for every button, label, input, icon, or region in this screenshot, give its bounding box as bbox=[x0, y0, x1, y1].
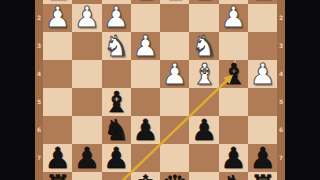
square-f7[interactable]: ♟ bbox=[102, 144, 131, 172]
rank-label-right-5: 5 bbox=[277, 99, 285, 105]
rank-label-left-3: 3 bbox=[35, 43, 43, 49]
square-h8[interactable]: ♜ bbox=[43, 172, 72, 180]
square-f3[interactable]: ♞ bbox=[102, 32, 131, 60]
piece-black-R-a8[interactable]: ♜ bbox=[250, 172, 276, 180]
rank-label-left-6: 6 bbox=[35, 127, 43, 133]
square-g7[interactable]: ♟ bbox=[72, 144, 101, 172]
square-g4[interactable] bbox=[72, 60, 101, 88]
piece-white-P-d4[interactable]: ♟ bbox=[162, 60, 188, 89]
square-e6[interactable]: ♟ bbox=[131, 116, 160, 144]
piece-white-P-g2[interactable]: ♟ bbox=[74, 3, 100, 32]
square-c7[interactable] bbox=[189, 144, 218, 172]
piece-white-B-c4[interactable]: ♝ bbox=[191, 60, 217, 89]
square-g5[interactable] bbox=[72, 88, 101, 116]
rank-label-left-5: 5 bbox=[35, 99, 43, 105]
square-d3[interactable] bbox=[160, 32, 189, 60]
square-b5[interactable] bbox=[219, 88, 248, 116]
rank-label-right-6: 6 bbox=[277, 127, 285, 133]
square-h2[interactable]: ♟ bbox=[43, 4, 72, 32]
square-c3[interactable]: ♞ bbox=[189, 32, 218, 60]
square-a8[interactable]: ♜ bbox=[248, 172, 277, 180]
square-d5[interactable] bbox=[160, 88, 189, 116]
piece-black-R-h8[interactable]: ♜ bbox=[45, 172, 71, 180]
square-c6[interactable]: ♟ bbox=[189, 116, 218, 144]
rank-label-right-4: 4 bbox=[277, 71, 285, 77]
piece-black-N-b8[interactable]: ♞ bbox=[220, 172, 246, 180]
piece-black-P-e6[interactable]: ♟ bbox=[133, 116, 159, 145]
letterbox-left bbox=[0, 0, 35, 180]
square-g2[interactable]: ♟ bbox=[72, 4, 101, 32]
square-c2[interactable] bbox=[189, 4, 218, 32]
piece-black-K-e8[interactable]: ♚ bbox=[133, 172, 159, 180]
square-c8[interactable] bbox=[189, 172, 218, 180]
piece-white-P-b2[interactable]: ♟ bbox=[220, 3, 246, 32]
square-c4[interactable]: ♝ bbox=[189, 60, 218, 88]
square-h4[interactable] bbox=[43, 60, 72, 88]
piece-black-P-g7[interactable]: ♟ bbox=[74, 144, 100, 173]
rank-label-right-7: 7 bbox=[277, 155, 285, 161]
square-f2[interactable]: ♟ bbox=[102, 4, 131, 32]
square-f8[interactable] bbox=[102, 172, 131, 180]
chess-board: ♜♚♛♝♜♟♟♟♟♞♟♞♟♝♝♟♝♞♟♟♟♟♟♟♟♜♚♛♞♜ 223344556… bbox=[35, 0, 285, 180]
rank-label-left-4: 4 bbox=[35, 71, 43, 77]
piece-black-B-b4[interactable]: ♝ bbox=[220, 60, 246, 89]
square-d8[interactable]: ♛ bbox=[160, 172, 189, 180]
piece-white-N-f3[interactable]: ♞ bbox=[103, 32, 129, 61]
square-g8[interactable] bbox=[72, 172, 101, 180]
square-d2[interactable] bbox=[160, 4, 189, 32]
square-d4[interactable]: ♟ bbox=[160, 60, 189, 88]
square-b8[interactable]: ♞ bbox=[219, 172, 248, 180]
square-a4[interactable]: ♟ bbox=[248, 60, 277, 88]
square-a2[interactable] bbox=[248, 4, 277, 32]
square-f4[interactable] bbox=[102, 60, 131, 88]
square-e3[interactable]: ♟ bbox=[131, 32, 160, 60]
board-squares-grid: ♜♚♛♝♜♟♟♟♟♞♟♞♟♝♝♟♝♞♟♟♟♟♟♟♟♜♚♛♞♜ bbox=[43, 0, 277, 180]
rank-label-left-2: 2 bbox=[35, 15, 43, 21]
square-b3[interactable] bbox=[219, 32, 248, 60]
rank-label-right-3: 3 bbox=[277, 43, 285, 49]
piece-black-P-c6[interactable]: ♟ bbox=[191, 116, 217, 145]
square-e8[interactable]: ♚ bbox=[131, 172, 160, 180]
piece-white-P-h2[interactable]: ♟ bbox=[45, 3, 71, 32]
letterbox-right bbox=[285, 0, 320, 180]
square-e4[interactable] bbox=[131, 60, 160, 88]
piece-black-Q-d8[interactable]: ♛ bbox=[162, 172, 188, 180]
square-a3[interactable] bbox=[248, 32, 277, 60]
square-h3[interactable] bbox=[43, 32, 72, 60]
square-h5[interactable] bbox=[43, 88, 72, 116]
piece-black-P-f7[interactable]: ♟ bbox=[103, 144, 129, 173]
square-d6[interactable] bbox=[160, 116, 189, 144]
square-b2[interactable]: ♟ bbox=[219, 4, 248, 32]
piece-white-P-e3[interactable]: ♟ bbox=[133, 32, 159, 61]
square-g3[interactable] bbox=[72, 32, 101, 60]
square-e2[interactable] bbox=[131, 4, 160, 32]
rank-label-right-2: 2 bbox=[277, 15, 285, 21]
piece-white-P-a4[interactable]: ♟ bbox=[250, 60, 276, 89]
square-a5[interactable] bbox=[248, 88, 277, 116]
square-b4[interactable]: ♝ bbox=[219, 60, 248, 88]
rank-label-left-7: 7 bbox=[35, 155, 43, 161]
